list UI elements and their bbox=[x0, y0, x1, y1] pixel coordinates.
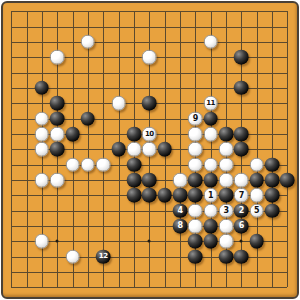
stone-black[interactable] bbox=[127, 157, 142, 172]
stone-white[interactable]: 3 bbox=[219, 203, 234, 218]
move-number-label: 10 bbox=[145, 130, 154, 137]
stone-black[interactable] bbox=[142, 188, 157, 203]
stone-black[interactable] bbox=[234, 249, 249, 264]
stone-black[interactable] bbox=[127, 127, 142, 142]
stone-white[interactable] bbox=[96, 157, 111, 172]
stone-black[interactable] bbox=[157, 142, 172, 157]
stone-black[interactable] bbox=[203, 219, 218, 234]
move-number-label: 4 bbox=[177, 207, 182, 215]
star-point bbox=[240, 240, 243, 243]
move-number-label: 8 bbox=[177, 222, 182, 230]
stone-white[interactable]: 5 bbox=[249, 203, 264, 218]
stone-black[interactable] bbox=[50, 142, 65, 157]
stone-black[interactable] bbox=[142, 96, 157, 111]
stone-white[interactable] bbox=[111, 96, 126, 111]
stone-black[interactable] bbox=[188, 234, 203, 249]
stone-white[interactable] bbox=[35, 111, 50, 126]
stone-black[interactable] bbox=[50, 111, 65, 126]
stone-white[interactable] bbox=[203, 203, 218, 218]
stone-white[interactable]: 7 bbox=[234, 188, 249, 203]
stone-black[interactable] bbox=[219, 249, 234, 264]
stone-white[interactable]: 11 bbox=[203, 96, 218, 111]
move-number-label: 12 bbox=[99, 253, 108, 260]
stone-black[interactable] bbox=[65, 127, 80, 142]
stone-black[interactable]: 2 bbox=[234, 203, 249, 218]
stone-white[interactable] bbox=[188, 157, 203, 172]
move-number-label: 3 bbox=[223, 207, 228, 215]
move-number-label: 9 bbox=[193, 115, 198, 123]
stone-white[interactable] bbox=[127, 142, 142, 157]
stone-black[interactable] bbox=[127, 173, 142, 188]
move-number-label: 6 bbox=[239, 222, 244, 230]
stone-white[interactable] bbox=[50, 127, 65, 142]
stone-white[interactable] bbox=[50, 173, 65, 188]
stone-black[interactable]: 8 bbox=[173, 219, 188, 234]
stone-black[interactable] bbox=[81, 111, 96, 126]
stone-white[interactable] bbox=[81, 35, 96, 50]
stone-black[interactable] bbox=[188, 173, 203, 188]
stone-white[interactable] bbox=[35, 173, 50, 188]
stone-black[interactable] bbox=[50, 96, 65, 111]
grid-vline bbox=[180, 11, 181, 287]
stone-white[interactable] bbox=[65, 157, 80, 172]
grid-vline bbox=[287, 11, 288, 287]
grid-hline bbox=[11, 272, 287, 273]
stone-black[interactable] bbox=[157, 188, 172, 203]
stone-black[interactable] bbox=[173, 188, 188, 203]
stone-black[interactable] bbox=[265, 173, 280, 188]
move-number-label: 7 bbox=[239, 191, 244, 199]
stone-white[interactable] bbox=[219, 173, 234, 188]
stone-white[interactable] bbox=[188, 127, 203, 142]
stone-black[interactable] bbox=[234, 50, 249, 65]
star-point bbox=[56, 240, 59, 243]
stone-black[interactable] bbox=[280, 173, 295, 188]
stone-white[interactable]: 9 bbox=[188, 111, 203, 126]
stone-white[interactable] bbox=[142, 142, 157, 157]
stone-white[interactable] bbox=[219, 142, 234, 157]
stone-black[interactable]: 6 bbox=[234, 219, 249, 234]
grid-hline bbox=[11, 287, 287, 288]
stone-black[interactable] bbox=[188, 188, 203, 203]
stone-white[interactable] bbox=[203, 157, 218, 172]
stone-black[interactable] bbox=[249, 234, 264, 249]
stone-black[interactable] bbox=[234, 127, 249, 142]
stone-black[interactable] bbox=[142, 173, 157, 188]
stone-white[interactable] bbox=[188, 203, 203, 218]
stone-black[interactable]: 12 bbox=[96, 249, 111, 264]
stone-white[interactable] bbox=[219, 219, 234, 234]
stone-white[interactable] bbox=[35, 127, 50, 142]
move-number-label: 1 bbox=[208, 191, 213, 199]
stone-white[interactable] bbox=[249, 157, 264, 172]
stone-black[interactable]: 4 bbox=[173, 203, 188, 218]
stone-black[interactable] bbox=[265, 188, 280, 203]
stone-white[interactable] bbox=[203, 35, 218, 50]
stone-black[interactable] bbox=[265, 157, 280, 172]
stone-black[interactable] bbox=[203, 234, 218, 249]
stone-white[interactable] bbox=[142, 50, 157, 65]
stone-black[interactable] bbox=[249, 173, 264, 188]
stone-white[interactable] bbox=[50, 50, 65, 65]
move-number-label: 11 bbox=[206, 100, 215, 107]
stone-black[interactable] bbox=[234, 142, 249, 157]
move-number-label: 5 bbox=[254, 207, 259, 215]
stone-white[interactable] bbox=[173, 173, 188, 188]
grid-vline bbox=[272, 11, 273, 287]
stone-black[interactable] bbox=[203, 173, 218, 188]
grid-hline bbox=[11, 165, 287, 166]
stone-white[interactable] bbox=[234, 173, 249, 188]
stone-white[interactable] bbox=[188, 219, 203, 234]
stone-black[interactable] bbox=[111, 142, 126, 157]
stone-white[interactable] bbox=[203, 127, 218, 142]
stone-black[interactable] bbox=[265, 203, 280, 218]
go-board[interactable]: 119101743258612 bbox=[0, 0, 300, 300]
stone-black[interactable] bbox=[35, 81, 50, 96]
stone-black[interactable] bbox=[203, 111, 218, 126]
stone-black[interactable] bbox=[219, 188, 234, 203]
stone-black[interactable] bbox=[219, 127, 234, 142]
stone-white[interactable] bbox=[81, 157, 96, 172]
stone-black[interactable] bbox=[234, 81, 249, 96]
stone-black[interactable] bbox=[188, 249, 203, 264]
stone-white[interactable]: 1 bbox=[203, 188, 218, 203]
stone-white[interactable] bbox=[35, 234, 50, 249]
stone-black[interactable] bbox=[127, 188, 142, 203]
move-number-label: 2 bbox=[239, 207, 244, 215]
star-point bbox=[148, 240, 151, 243]
stone-white[interactable] bbox=[219, 157, 234, 172]
stone-white[interactable]: 10 bbox=[142, 127, 157, 142]
stone-white[interactable] bbox=[249, 188, 264, 203]
stone-white[interactable] bbox=[219, 234, 234, 249]
stone-white[interactable] bbox=[188, 142, 203, 157]
stone-white[interactable] bbox=[35, 142, 50, 157]
stone-white[interactable] bbox=[65, 249, 80, 264]
